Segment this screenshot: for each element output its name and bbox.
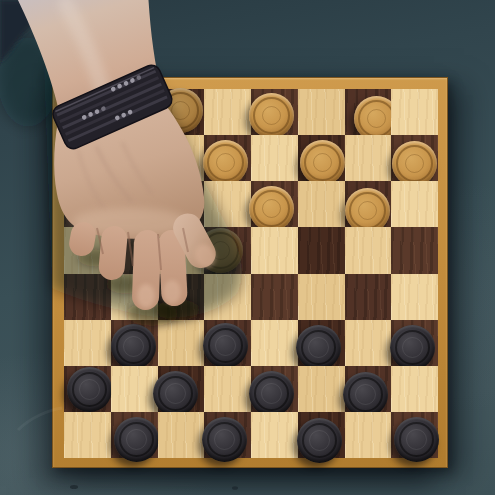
- light-piece-g3[interactable]: [345, 188, 390, 233]
- square-f1[interactable]: [298, 89, 345, 135]
- square-f7[interactable]: [298, 366, 345, 412]
- square-b3[interactable]: [111, 181, 158, 227]
- dark-piece-d6[interactable]: [203, 323, 248, 368]
- checkers-board: [52, 77, 448, 468]
- square-f5[interactable]: [298, 274, 345, 320]
- square-g5[interactable]: [345, 274, 392, 320]
- square-b6[interactable]: [111, 320, 158, 366]
- square-d6[interactable]: [204, 320, 251, 366]
- board-grid: [64, 89, 438, 458]
- square-g3[interactable]: [345, 181, 392, 227]
- dark-piece-f6[interactable]: [296, 325, 341, 370]
- square-h1[interactable]: [391, 89, 438, 135]
- dark-piece-e7[interactable]: [249, 371, 294, 416]
- dark-piece-h8[interactable]: [394, 417, 439, 462]
- square-d1[interactable]: [204, 89, 251, 135]
- square-e4[interactable]: [251, 227, 298, 273]
- square-h5[interactable]: [391, 274, 438, 320]
- light-piece-d2[interactable]: [203, 140, 248, 185]
- dark-piece-g7[interactable]: [343, 372, 388, 417]
- square-f6[interactable]: [298, 320, 345, 366]
- square-f8[interactable]: [298, 412, 345, 458]
- square-a5[interactable]: [64, 274, 111, 320]
- square-g7[interactable]: [345, 366, 392, 412]
- square-e2[interactable]: [251, 135, 298, 181]
- square-b7[interactable]: [111, 366, 158, 412]
- square-c5[interactable]: [158, 274, 205, 320]
- square-d3[interactable]: [204, 181, 251, 227]
- square-h2[interactable]: [391, 135, 438, 181]
- square-e1[interactable]: [251, 89, 298, 135]
- square-e8[interactable]: [251, 412, 298, 458]
- light-piece-f2[interactable]: [300, 140, 345, 185]
- square-g6[interactable]: [345, 320, 392, 366]
- square-d7[interactable]: [204, 366, 251, 412]
- square-a8[interactable]: [64, 412, 111, 458]
- square-a7[interactable]: [64, 366, 111, 412]
- square-h6[interactable]: [391, 320, 438, 366]
- square-d2[interactable]: [204, 135, 251, 181]
- square-c6[interactable]: [158, 320, 205, 366]
- square-c3[interactable]: [158, 181, 205, 227]
- dark-piece-c7[interactable]: [153, 371, 198, 416]
- square-g8[interactable]: [345, 412, 392, 458]
- square-f3[interactable]: [298, 181, 345, 227]
- square-e7[interactable]: [251, 366, 298, 412]
- square-h7[interactable]: [391, 366, 438, 412]
- square-a2[interactable]: [64, 135, 111, 181]
- square-e5[interactable]: [251, 274, 298, 320]
- square-b4[interactable]: [111, 227, 158, 273]
- square-c7[interactable]: [158, 366, 205, 412]
- square-a6[interactable]: [64, 320, 111, 366]
- dark-piece-h6[interactable]: [390, 325, 435, 370]
- light-piece-h2[interactable]: [392, 141, 437, 186]
- light-piece-c1[interactable]: [158, 88, 203, 133]
- dark-piece-d8[interactable]: [202, 417, 247, 462]
- square-d8[interactable]: [204, 412, 251, 458]
- square-f4[interactable]: [298, 227, 345, 273]
- square-c8[interactable]: [158, 412, 205, 458]
- square-e3[interactable]: [251, 181, 298, 227]
- dark-piece-a7[interactable]: [67, 367, 112, 412]
- dark-piece-f8[interactable]: [297, 418, 342, 463]
- square-d4[interactable]: [204, 227, 251, 273]
- square-g1[interactable]: [345, 89, 392, 135]
- square-e6[interactable]: [251, 320, 298, 366]
- square-g4[interactable]: [345, 227, 392, 273]
- square-a4[interactable]: [64, 227, 111, 273]
- square-b5[interactable]: [111, 274, 158, 320]
- square-f2[interactable]: [298, 135, 345, 181]
- dark-piece-b8[interactable]: [114, 417, 159, 462]
- square-a3[interactable]: [64, 181, 111, 227]
- dark-piece-b6[interactable]: [111, 324, 156, 369]
- square-c2[interactable]: [158, 135, 205, 181]
- square-b8[interactable]: [111, 412, 158, 458]
- square-g2[interactable]: [345, 135, 392, 181]
- light-piece-d4[interactable]: [198, 228, 243, 273]
- square-h3[interactable]: [391, 181, 438, 227]
- square-h8[interactable]: [391, 412, 438, 458]
- light-piece-e1[interactable]: [249, 93, 294, 138]
- square-c1[interactable]: [158, 89, 205, 135]
- square-b1[interactable]: [111, 89, 158, 135]
- square-b2[interactable]: [111, 135, 158, 181]
- scene: [0, 0, 495, 495]
- square-h4[interactable]: [391, 227, 438, 273]
- light-piece-e3[interactable]: [249, 186, 294, 231]
- sleeve: [0, 0, 58, 62]
- square-d5[interactable]: [204, 274, 251, 320]
- square-a1[interactable]: [64, 89, 111, 135]
